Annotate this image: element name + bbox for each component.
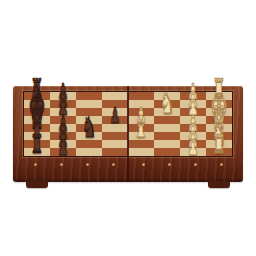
square-a3	[154, 148, 180, 156]
board-foot-right	[208, 181, 230, 188]
square-f7: ♟	[50, 108, 76, 116]
square-g7: ♟	[50, 100, 76, 108]
square-c8: ♝	[24, 132, 50, 140]
square-e8: ♚	[24, 116, 50, 124]
square-h6	[76, 92, 102, 100]
board-hinge-seam	[127, 86, 129, 182]
square-c3	[154, 132, 180, 140]
square-c1: ♝	[206, 132, 232, 140]
square-d1: ♛	[206, 124, 232, 132]
square-b7: ♟	[50, 140, 76, 148]
square-a6	[76, 148, 102, 156]
square-d2: ♟	[180, 124, 206, 132]
square-g4	[128, 100, 154, 108]
square-a8: ♜	[24, 148, 50, 156]
square-e3	[154, 116, 180, 124]
square-g3	[154, 100, 180, 108]
square-d8: ♛	[24, 124, 50, 132]
frame-magnet-dot	[194, 163, 197, 166]
square-d3	[154, 124, 180, 132]
square-b4	[128, 140, 154, 148]
frame-magnet-dot	[220, 163, 223, 166]
square-f3: ♞	[154, 108, 180, 116]
square-b1: ♞	[206, 140, 232, 148]
square-b8	[24, 140, 50, 148]
square-d4	[128, 124, 154, 132]
square-f1	[206, 108, 232, 116]
square-c5	[102, 132, 128, 140]
square-a4	[128, 148, 154, 156]
frame-magnet-dot	[86, 163, 89, 166]
square-b2: ♟	[180, 140, 206, 148]
square-a2: ♟	[180, 148, 206, 156]
square-d6	[76, 124, 102, 132]
square-a1: ♜	[206, 148, 232, 156]
square-f4	[128, 108, 154, 116]
frame-magnet-dot	[112, 163, 115, 166]
square-h1: ♜	[206, 92, 232, 100]
board-foot-left	[26, 181, 48, 188]
square-c2: ♟	[180, 132, 206, 140]
square-g2: ♟	[180, 100, 206, 108]
square-d7: ♟	[50, 124, 76, 132]
square-a5	[102, 148, 128, 156]
square-c7: ♟	[50, 132, 76, 140]
black-pawn: ♟	[57, 80, 68, 102]
frame-magnet-dot	[168, 163, 171, 166]
square-e7	[50, 116, 76, 124]
square-h3	[154, 92, 180, 100]
square-g8: ♞	[24, 100, 50, 108]
square-f6	[76, 108, 102, 116]
square-f5	[102, 108, 128, 116]
chess-set-photo: ♜♟♟♜♞♟♟♝♟♞♟♚♟♟♚♛♟♟♛♝♟♞♝♟♝♟♟♞♜♟♟♜	[0, 0, 256, 256]
square-g6	[76, 100, 102, 108]
square-d5	[102, 124, 128, 132]
square-h7: ♟	[50, 92, 76, 100]
square-g5	[102, 100, 128, 108]
square-e6	[76, 116, 102, 124]
square-c6: ♞	[76, 132, 102, 140]
square-f8: ♝	[24, 108, 50, 116]
frame-magnet-dot	[34, 163, 37, 166]
frame-magnet-dot	[142, 163, 145, 166]
frame-magnet-dot	[60, 163, 63, 166]
square-e1: ♚	[206, 116, 232, 124]
square-h4	[128, 92, 154, 100]
square-e5: ♟	[102, 116, 128, 124]
square-c4: ♝	[128, 132, 154, 140]
square-b3	[154, 140, 180, 148]
white-pawn: ♟	[187, 80, 198, 102]
square-e2	[180, 116, 206, 124]
square-h8: ♜	[24, 92, 50, 100]
square-h5	[102, 92, 128, 100]
square-b6	[76, 140, 102, 148]
square-a7: ♟	[50, 148, 76, 156]
square-b5	[102, 140, 128, 148]
square-f2: ♟	[180, 108, 206, 116]
square-e4: ♟	[128, 116, 154, 124]
square-g1	[206, 100, 232, 108]
square-h2: ♟	[180, 92, 206, 100]
